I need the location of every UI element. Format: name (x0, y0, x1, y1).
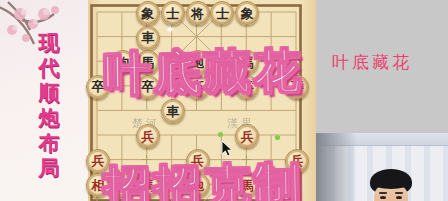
piece-glyph: 象 (241, 7, 254, 20)
right-panel: 叶底藏花 (316, 0, 448, 201)
eyebrow-right (395, 192, 403, 194)
move-hint-dot (275, 135, 280, 140)
eyebrow-left (379, 192, 387, 194)
opening-title-char: 炮 (36, 106, 62, 131)
opening-title-char: 布 (36, 131, 62, 156)
piece-black-将-r0c4[interactable]: 将 (186, 1, 210, 25)
opening-title-char: 局 (36, 156, 62, 181)
overlay-text-bottom: 招招克制 (91, 154, 316, 201)
piece-glyph: 兵 (141, 130, 154, 143)
opening-title-char: 代 (36, 56, 62, 81)
left-panel: 现代顺炮布局 (0, 0, 88, 201)
webcam-video (316, 133, 448, 201)
piece-glyph: 車 (166, 105, 179, 118)
piece-red-兵-r5c2[interactable]: 兵 (136, 124, 160, 148)
move-hint-dot (218, 132, 223, 137)
stream-frame: 现代顺炮布局 楚河 漢界 象士将士象車炮馬炮馬卒卒卒卒卒車兵兵兵兵兵相炮馬炮馬 … (0, 0, 448, 201)
piece-glyph: 兵 (241, 130, 254, 143)
video-left-shadow (316, 133, 362, 201)
eye-right (396, 196, 402, 199)
xiangqi-board[interactable]: 楚河 漢界 象士将士象車炮馬炮馬卒卒卒卒卒車兵兵兵兵兵相炮馬炮馬 ✦ 叶底藏花 … (88, 0, 316, 201)
mouse-cursor (221, 140, 235, 158)
piece-black-象-r0c2[interactable]: 象 (136, 1, 160, 25)
opening-title-char: 现 (36, 31, 62, 56)
piece-black-士-r0c3[interactable]: 士 (161, 1, 185, 25)
piece-glyph: 士 (216, 7, 229, 20)
piece-glyph: 士 (166, 7, 179, 20)
piece-glyph: 象 (141, 7, 154, 20)
episode-title: 叶底藏花 (332, 51, 412, 74)
piece-glyph: 将 (191, 7, 204, 20)
opening-title-char: 顺 (36, 81, 62, 106)
sparkle-effect: ✦ (166, 24, 174, 35)
streamer-avatar (368, 169, 414, 201)
opening-title-vertical: 现代顺炮布局 (36, 31, 62, 181)
overlay-text-top: 叶底藏花 (91, 40, 316, 106)
eye-left (380, 196, 386, 199)
hair-fringe (373, 179, 409, 189)
